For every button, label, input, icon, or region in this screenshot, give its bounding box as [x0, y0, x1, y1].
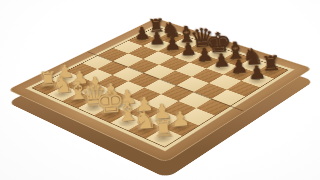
square-g6 [209, 75, 241, 90]
square-f2 [128, 103, 162, 120]
board-frame: ♜♞♝♛♚♝♞♜♟♟♟♟♟♟♟♟♟♟♟♟♟♟♟♟♜♞♝♛♚♝♞♜ [7, 18, 312, 163]
square-g2 [145, 111, 180, 128]
square-c1 [62, 92, 95, 108]
square-b1 [47, 86, 79, 101]
square-d2 [95, 90, 128, 106]
square-d3 [112, 81, 144, 96]
square-e2 [111, 97, 144, 113]
square-h4 [196, 99, 230, 116]
square-f3 [145, 94, 178, 110]
board-surface [25, 24, 296, 152]
square-g4 [178, 92, 211, 108]
square-d1 [78, 99, 111, 115]
square-f5 [177, 77, 209, 92]
chess-board: ♜♞♝♛♚♝♞♜♟♟♟♟♟♟♟♟♟♟♟♟♟♟♟♟♜♞♝♛♚♝♞♜ [7, 18, 312, 163]
square-h5 [212, 90, 245, 106]
square-g3 [162, 101, 196, 118]
scene: ♜♞♝♛♚♝♞♜♟♟♟♟♟♟♟♟♟♟♟♟♟♟♟♟♜♞♝♛♚♝♞♜ [0, 0, 320, 180]
square-h2 [163, 118, 198, 136]
square-h3 [180, 108, 215, 125]
square-e4 [144, 79, 176, 94]
square-h1 [146, 128, 182, 147]
square-e1 [94, 106, 128, 123]
square-g5 [194, 83, 227, 99]
square-f4 [161, 85, 194, 101]
photo-canvas: ♜♞♝♛♚♝♞♜♟♟♟♟♟♟♟♟♟♟♟♟♟♟♟♟♜♞♝♛♚♝♞♜ [0, 0, 320, 180]
square-h7 [241, 72, 273, 87]
square-f1 [111, 113, 146, 131]
square-e3 [128, 88, 161, 104]
square-c2 [80, 83, 112, 98]
square-g1 [128, 120, 163, 138]
square-h6 [227, 81, 260, 97]
